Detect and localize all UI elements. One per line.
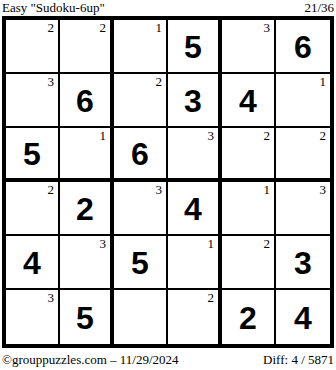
cell-r1c5[interactable]: 3 xyxy=(222,20,276,74)
cell-r5c2[interactable]: 3 xyxy=(60,236,114,290)
given-digit: 5 xyxy=(184,29,202,63)
puzzle-page: Easy "Sudoku-6up" 21/36 2215363623415163… xyxy=(0,0,336,370)
cell-r1c6[interactable]: 6 xyxy=(276,20,330,74)
given-digit: 5 xyxy=(23,136,41,170)
corner-clue: 2 xyxy=(320,128,327,143)
cell-r3c3[interactable]: 6 xyxy=(114,128,168,182)
corner-clue: 2 xyxy=(156,74,163,89)
cell-r4c6[interactable]: 3 xyxy=(276,182,330,236)
given-digit: 2 xyxy=(76,191,94,225)
corner-clue: 1 xyxy=(264,182,271,197)
cell-r3c2[interactable]: 1 xyxy=(60,128,114,182)
given-digit: 3 xyxy=(294,245,312,279)
corner-clue: 3 xyxy=(156,182,163,197)
page-title: Easy "Sudoku-6up" xyxy=(2,0,105,15)
cell-r2c1[interactable]: 3 xyxy=(6,74,60,128)
cell-r4c5[interactable]: 1 xyxy=(222,182,276,236)
given-digit: 4 xyxy=(239,83,257,117)
corner-clue: 3 xyxy=(100,236,107,251)
copyright-date: ©grouppuzzles.com – 11/29/2024 xyxy=(2,352,179,367)
cell-r2c5[interactable]: 4 xyxy=(222,74,276,128)
cell-r5c1[interactable]: 4 xyxy=(6,236,60,290)
cell-r2c6[interactable]: 1 xyxy=(276,74,330,128)
cell-r2c2[interactable]: 6 xyxy=(60,74,114,128)
cell-r3c5[interactable]: 2 xyxy=(222,128,276,182)
cell-r1c3[interactable]: 1 xyxy=(114,20,168,74)
cell-r3c1[interactable]: 5 xyxy=(6,128,60,182)
cell-r5c5[interactable]: 2 xyxy=(222,236,276,290)
corner-clue: 3 xyxy=(48,290,55,305)
corner-clue: 2 xyxy=(48,182,55,197)
cell-r4c4[interactable]: 4 xyxy=(168,182,222,236)
cell-r6c4[interactable]: 2 xyxy=(168,290,222,344)
corner-clue: 2 xyxy=(264,236,271,251)
corner-clue: 1 xyxy=(156,20,163,35)
puzzle-counter: 21/36 xyxy=(304,0,334,15)
cell-r5c4[interactable]: 1 xyxy=(168,236,222,290)
given-digit: 4 xyxy=(294,300,312,334)
difficulty-label: Diff: 4 / 5871 xyxy=(263,352,334,367)
given-digit: 6 xyxy=(76,83,94,117)
cell-r2c3[interactable]: 2 xyxy=(114,74,168,128)
corner-clue: 2 xyxy=(264,128,271,143)
corner-clue: 3 xyxy=(264,20,271,35)
cell-r5c3[interactable]: 5 xyxy=(114,236,168,290)
corner-clue: 3 xyxy=(48,74,55,89)
cell-r6c5[interactable]: 2 xyxy=(222,290,276,344)
cell-r2c4[interactable]: 3 xyxy=(168,74,222,128)
cell-r4c2[interactable]: 2 xyxy=(60,182,114,236)
corner-clue: 2 xyxy=(48,20,55,35)
given-digit: 5 xyxy=(131,245,149,279)
cell-r1c4[interactable]: 5 xyxy=(168,20,222,74)
sudoku-board: 22153636234151632222341343512335224 xyxy=(2,16,334,348)
cell-r6c3[interactable] xyxy=(114,290,168,344)
given-digit: 4 xyxy=(184,191,202,225)
cell-r3c4[interactable]: 3 xyxy=(168,128,222,182)
corner-clue: 1 xyxy=(100,128,107,143)
cell-r6c6[interactable]: 4 xyxy=(276,290,330,344)
cell-r5c6[interactable]: 3 xyxy=(276,236,330,290)
cell-r1c1[interactable]: 2 xyxy=(6,20,60,74)
given-digit: 3 xyxy=(184,83,202,117)
given-digit: 6 xyxy=(131,136,149,170)
corner-clue: 1 xyxy=(208,236,215,251)
cell-r4c3[interactable]: 3 xyxy=(114,182,168,236)
given-digit: 4 xyxy=(23,245,41,279)
corner-clue: 2 xyxy=(208,290,215,305)
cell-r6c2[interactable]: 5 xyxy=(60,290,114,344)
cell-r4c1[interactable]: 2 xyxy=(6,182,60,236)
cell-r1c2[interactable]: 2 xyxy=(60,20,114,74)
corner-clue: 3 xyxy=(208,128,215,143)
given-digit: 2 xyxy=(239,300,257,334)
given-digit: 5 xyxy=(76,300,94,334)
corner-clue: 2 xyxy=(100,20,107,35)
corner-clue: 1 xyxy=(320,74,327,89)
cell-r6c1[interactable]: 3 xyxy=(6,290,60,344)
given-digit: 6 xyxy=(294,29,312,63)
cell-r3c6[interactable]: 2 xyxy=(276,128,330,182)
corner-clue: 3 xyxy=(320,182,327,197)
